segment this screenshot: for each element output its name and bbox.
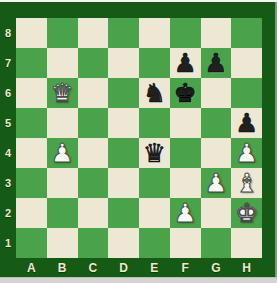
rank-label-1: 1 bbox=[0, 228, 16, 258]
frame-corner bbox=[0, 258, 16, 277]
square-b4[interactable]: ♟ bbox=[47, 138, 78, 168]
square-g6[interactable] bbox=[201, 78, 232, 108]
frame-spacer bbox=[108, 2, 139, 18]
square-d1[interactable] bbox=[108, 228, 139, 258]
frame-spacer bbox=[231, 2, 262, 18]
square-g5[interactable] bbox=[201, 108, 232, 138]
square-a2[interactable] bbox=[16, 198, 47, 228]
rank-label-8: 8 bbox=[0, 18, 16, 48]
square-e5[interactable] bbox=[139, 108, 170, 138]
square-c3[interactable] bbox=[78, 168, 109, 198]
square-h7[interactable] bbox=[231, 48, 262, 78]
square-d2[interactable] bbox=[108, 198, 139, 228]
square-f5[interactable] bbox=[170, 108, 201, 138]
square-f8[interactable] bbox=[170, 18, 201, 48]
square-c1[interactable] bbox=[78, 228, 109, 258]
square-f4[interactable] bbox=[170, 138, 201, 168]
square-f6[interactable]: ♚ bbox=[170, 78, 201, 108]
square-h4[interactable]: ♟ bbox=[231, 138, 262, 168]
piece-black-pawn[interactable]: ♟ bbox=[204, 48, 227, 78]
rank-label-5: 5 bbox=[0, 108, 16, 138]
file-label-b: B bbox=[47, 258, 78, 277]
square-g7[interactable]: ♟ bbox=[201, 48, 232, 78]
square-e3[interactable] bbox=[139, 168, 170, 198]
square-b5[interactable] bbox=[47, 108, 78, 138]
rank-label-2: 2 bbox=[0, 198, 16, 228]
frame-spacer bbox=[47, 2, 78, 18]
square-g1[interactable] bbox=[201, 228, 232, 258]
square-b6[interactable]: ♛ bbox=[47, 78, 78, 108]
square-b8[interactable] bbox=[47, 18, 78, 48]
frame-spacer bbox=[16, 2, 47, 18]
square-h6[interactable] bbox=[231, 78, 262, 108]
square-g8[interactable] bbox=[201, 18, 232, 48]
square-e6[interactable]: ♞ bbox=[139, 78, 170, 108]
square-c2[interactable] bbox=[78, 198, 109, 228]
square-c5[interactable] bbox=[78, 108, 109, 138]
square-a3[interactable] bbox=[16, 168, 47, 198]
square-a6[interactable] bbox=[16, 78, 47, 108]
square-a7[interactable] bbox=[16, 48, 47, 78]
piece-white-pawn[interactable]: ♟ bbox=[235, 138, 258, 168]
rank-label-6: 6 bbox=[0, 78, 16, 108]
board-frame: 87♟♟6♛♞♚5♟4♟♛♟3♟♝2♟♚1ABCDEFGH bbox=[0, 2, 277, 277]
square-d6[interactable] bbox=[108, 78, 139, 108]
square-g4[interactable] bbox=[201, 138, 232, 168]
square-g3[interactable]: ♟ bbox=[201, 168, 232, 198]
frame-spacer bbox=[170, 2, 201, 18]
piece-white-pawn[interactable]: ♟ bbox=[204, 168, 227, 198]
file-label-e: E bbox=[139, 258, 170, 277]
frame-spacer bbox=[139, 2, 170, 18]
square-h3[interactable]: ♝ bbox=[231, 168, 262, 198]
file-label-d: D bbox=[108, 258, 139, 277]
square-f2[interactable]: ♟ bbox=[170, 198, 201, 228]
page-bottom-strip bbox=[0, 277, 277, 283]
square-c7[interactable] bbox=[78, 48, 109, 78]
square-d8[interactable] bbox=[108, 18, 139, 48]
square-d7[interactable] bbox=[108, 48, 139, 78]
square-a8[interactable] bbox=[16, 18, 47, 48]
rank-label-4: 4 bbox=[0, 138, 16, 168]
file-label-f: F bbox=[170, 258, 201, 277]
rank-label-3: 3 bbox=[0, 168, 16, 198]
square-h1[interactable] bbox=[231, 228, 262, 258]
piece-white-queen[interactable]: ♛ bbox=[50, 78, 73, 108]
square-d4[interactable] bbox=[108, 138, 139, 168]
square-e4[interactable]: ♛ bbox=[139, 138, 170, 168]
file-label-c: C bbox=[78, 258, 109, 277]
piece-white-pawn[interactable]: ♟ bbox=[50, 138, 73, 168]
square-c4[interactable] bbox=[78, 138, 109, 168]
square-b2[interactable] bbox=[47, 198, 78, 228]
square-h2[interactable]: ♚ bbox=[231, 198, 262, 228]
file-label-h: H bbox=[231, 258, 262, 277]
square-e7[interactable] bbox=[139, 48, 170, 78]
square-f7[interactable]: ♟ bbox=[170, 48, 201, 78]
square-c8[interactable] bbox=[78, 18, 109, 48]
square-d3[interactable] bbox=[108, 168, 139, 198]
piece-black-queen[interactable]: ♛ bbox=[143, 138, 166, 168]
frame-spacer bbox=[0, 2, 16, 18]
square-f3[interactable] bbox=[170, 168, 201, 198]
piece-black-pawn[interactable]: ♟ bbox=[173, 48, 196, 78]
square-e8[interactable] bbox=[139, 18, 170, 48]
square-h8[interactable] bbox=[231, 18, 262, 48]
square-d5[interactable] bbox=[108, 108, 139, 138]
square-h5[interactable]: ♟ bbox=[231, 108, 262, 138]
piece-black-king[interactable]: ♚ bbox=[173, 78, 196, 108]
square-e1[interactable] bbox=[139, 228, 170, 258]
square-a5[interactable] bbox=[16, 108, 47, 138]
square-b1[interactable] bbox=[47, 228, 78, 258]
piece-black-pawn[interactable]: ♟ bbox=[235, 108, 258, 138]
file-label-a: A bbox=[16, 258, 47, 277]
piece-white-king[interactable]: ♚ bbox=[235, 198, 258, 228]
square-a1[interactable] bbox=[16, 228, 47, 258]
square-g2[interactable] bbox=[201, 198, 232, 228]
square-e2[interactable] bbox=[139, 198, 170, 228]
rank-label-7: 7 bbox=[0, 48, 16, 78]
square-b3[interactable] bbox=[47, 168, 78, 198]
file-label-g: G bbox=[201, 258, 232, 277]
chess-diagram-page: 87♟♟6♛♞♚5♟4♟♛♟3♟♝2♟♚1ABCDEFGH bbox=[0, 0, 277, 283]
square-a4[interactable] bbox=[16, 138, 47, 168]
chess-board: 87♟♟6♛♞♚5♟4♟♛♟3♟♝2♟♚1ABCDEFGH bbox=[0, 2, 262, 277]
piece-black-knight[interactable]: ♞ bbox=[143, 78, 166, 108]
piece-white-pawn[interactable]: ♟ bbox=[173, 198, 196, 228]
square-c6[interactable] bbox=[78, 78, 109, 108]
piece-white-bishop[interactable]: ♝ bbox=[235, 168, 258, 198]
square-b7[interactable] bbox=[47, 48, 78, 78]
frame-spacer bbox=[201, 2, 232, 18]
square-f1[interactable] bbox=[170, 228, 201, 258]
frame-spacer bbox=[78, 2, 109, 18]
